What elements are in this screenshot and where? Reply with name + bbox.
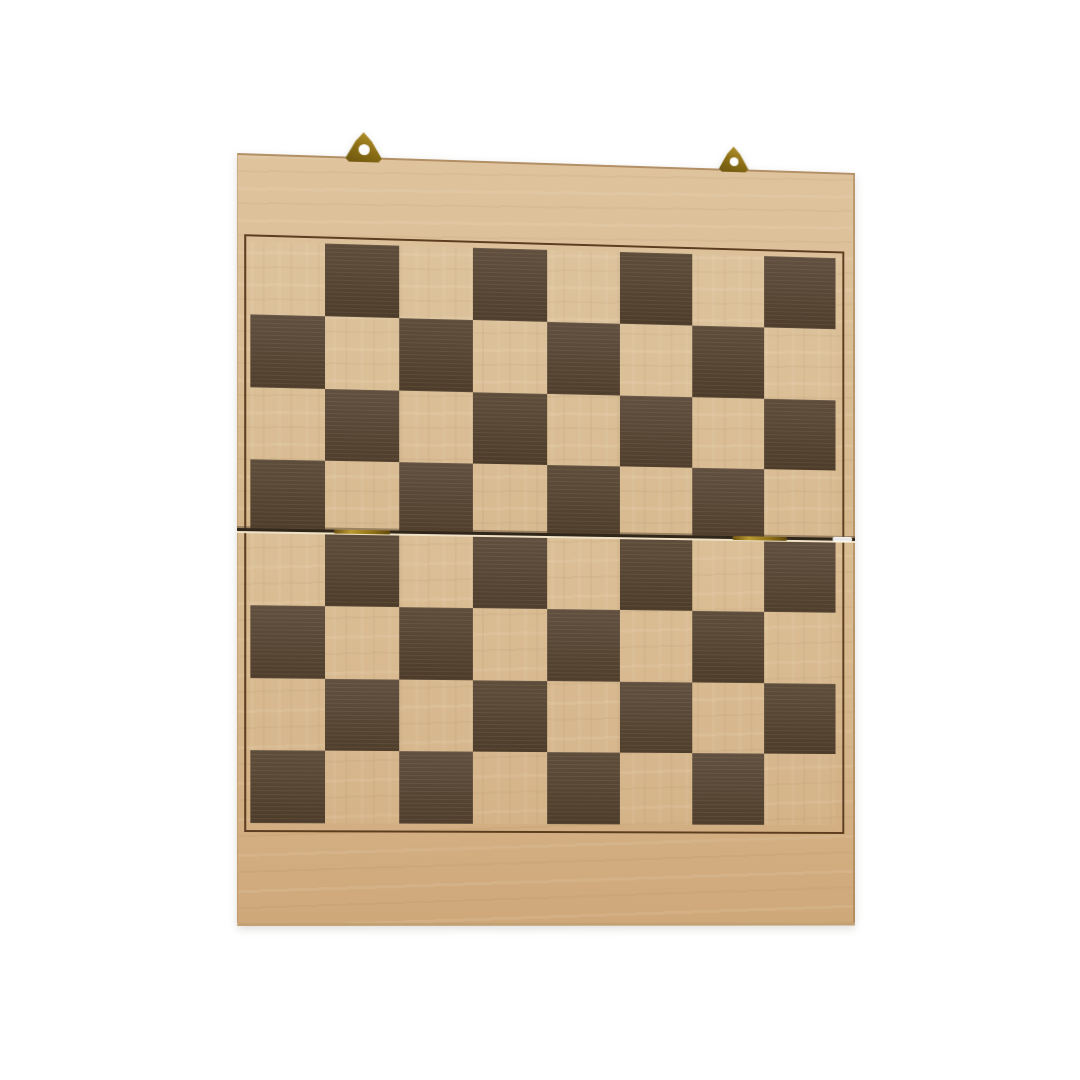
folding-chessboard — [237, 153, 855, 926]
fold-gap — [833, 537, 852, 542]
brass-hinge-right-icon — [733, 536, 787, 541]
brass-hinge-left-icon — [334, 530, 390, 535]
brass-clasp-left-icon — [345, 132, 382, 163]
brass-clasp-right-icon — [719, 146, 749, 172]
product-photo — [0, 0, 1080, 1080]
